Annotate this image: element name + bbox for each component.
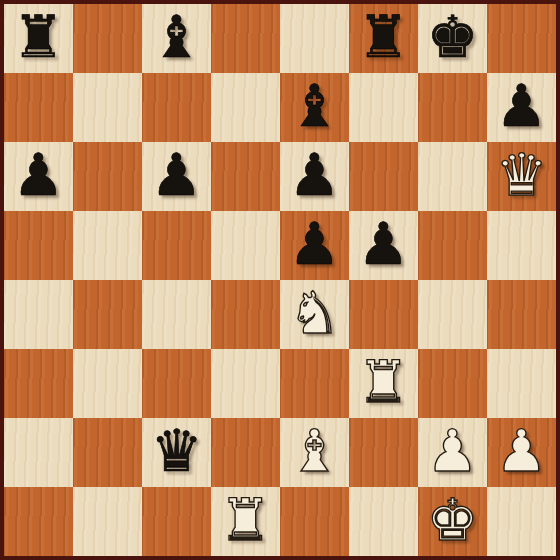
square-d2[interactable] (211, 418, 280, 487)
black-pawn[interactable]: ♟ (358, 215, 410, 273)
white-knight[interactable]: ♞ (289, 284, 341, 342)
square-b3[interactable] (73, 349, 142, 418)
white-king[interactable]: ♚ (427, 491, 479, 549)
square-g1[interactable]: ♚ (418, 487, 487, 556)
square-h1[interactable] (487, 487, 556, 556)
square-h6[interactable]: ♛ (487, 142, 556, 211)
square-d8[interactable] (211, 4, 280, 73)
square-d3[interactable] (211, 349, 280, 418)
square-e5[interactable]: ♟ (280, 211, 349, 280)
square-c5[interactable] (142, 211, 211, 280)
square-g5[interactable] (418, 211, 487, 280)
square-d5[interactable] (211, 211, 280, 280)
black-pawn[interactable]: ♟ (289, 215, 341, 273)
square-e4[interactable]: ♞ (280, 280, 349, 349)
black-pawn[interactable]: ♟ (13, 146, 65, 204)
square-g6[interactable] (418, 142, 487, 211)
square-f8[interactable]: ♜ (349, 4, 418, 73)
square-c6[interactable]: ♟ (142, 142, 211, 211)
black-pawn[interactable]: ♟ (496, 77, 548, 135)
square-g7[interactable] (418, 73, 487, 142)
chess-board: ♜♝♜♚♝♟♟♟♟♛♟♟♞♜♛♝♟♟♜♚ (4, 4, 556, 556)
chess-board-frame: ♜♝♜♚♝♟♟♟♟♛♟♟♞♜♛♝♟♟♜♚ (0, 0, 560, 560)
square-c2[interactable]: ♛ (142, 418, 211, 487)
square-a8[interactable]: ♜ (4, 4, 73, 73)
black-pawn[interactable]: ♟ (289, 146, 341, 204)
square-h4[interactable] (487, 280, 556, 349)
square-h8[interactable] (487, 4, 556, 73)
white-pawn[interactable]: ♟ (496, 422, 548, 480)
white-rook[interactable]: ♜ (220, 491, 272, 549)
square-a1[interactable] (4, 487, 73, 556)
square-d7[interactable] (211, 73, 280, 142)
square-f6[interactable] (349, 142, 418, 211)
square-d4[interactable] (211, 280, 280, 349)
square-c3[interactable] (142, 349, 211, 418)
square-h7[interactable]: ♟ (487, 73, 556, 142)
square-e7[interactable]: ♝ (280, 73, 349, 142)
square-c8[interactable]: ♝ (142, 4, 211, 73)
square-b2[interactable] (73, 418, 142, 487)
square-g8[interactable]: ♚ (418, 4, 487, 73)
square-c4[interactable] (142, 280, 211, 349)
white-bishop[interactable]: ♝ (289, 422, 341, 480)
square-f7[interactable] (349, 73, 418, 142)
square-b8[interactable] (73, 4, 142, 73)
square-f5[interactable]: ♟ (349, 211, 418, 280)
square-b7[interactable] (73, 73, 142, 142)
white-rook[interactable]: ♜ (358, 353, 410, 411)
square-g3[interactable] (418, 349, 487, 418)
square-a2[interactable] (4, 418, 73, 487)
black-bishop[interactable]: ♝ (289, 77, 341, 135)
square-b6[interactable] (73, 142, 142, 211)
square-h2[interactable]: ♟ (487, 418, 556, 487)
square-b1[interactable] (73, 487, 142, 556)
black-king[interactable]: ♚ (427, 8, 479, 66)
white-pawn[interactable]: ♟ (427, 422, 479, 480)
square-a5[interactable] (4, 211, 73, 280)
black-rook[interactable]: ♜ (13, 8, 65, 66)
square-a3[interactable] (4, 349, 73, 418)
square-f4[interactable] (349, 280, 418, 349)
square-h3[interactable] (487, 349, 556, 418)
square-d1[interactable]: ♜ (211, 487, 280, 556)
square-a6[interactable]: ♟ (4, 142, 73, 211)
square-c7[interactable] (142, 73, 211, 142)
square-a4[interactable] (4, 280, 73, 349)
square-g2[interactable]: ♟ (418, 418, 487, 487)
square-e2[interactable]: ♝ (280, 418, 349, 487)
square-e1[interactable] (280, 487, 349, 556)
square-f2[interactable] (349, 418, 418, 487)
square-e3[interactable] (280, 349, 349, 418)
square-g4[interactable] (418, 280, 487, 349)
square-b5[interactable] (73, 211, 142, 280)
square-e6[interactable]: ♟ (280, 142, 349, 211)
black-rook[interactable]: ♜ (358, 8, 410, 66)
square-e8[interactable] (280, 4, 349, 73)
black-pawn[interactable]: ♟ (151, 146, 203, 204)
square-a7[interactable] (4, 73, 73, 142)
black-bishop[interactable]: ♝ (151, 8, 203, 66)
square-f1[interactable] (349, 487, 418, 556)
square-f3[interactable]: ♜ (349, 349, 418, 418)
square-b4[interactable] (73, 280, 142, 349)
white-queen[interactable]: ♛ (496, 146, 548, 204)
square-h5[interactable] (487, 211, 556, 280)
black-queen[interactable]: ♛ (151, 422, 203, 480)
square-d6[interactable] (211, 142, 280, 211)
square-c1[interactable] (142, 487, 211, 556)
